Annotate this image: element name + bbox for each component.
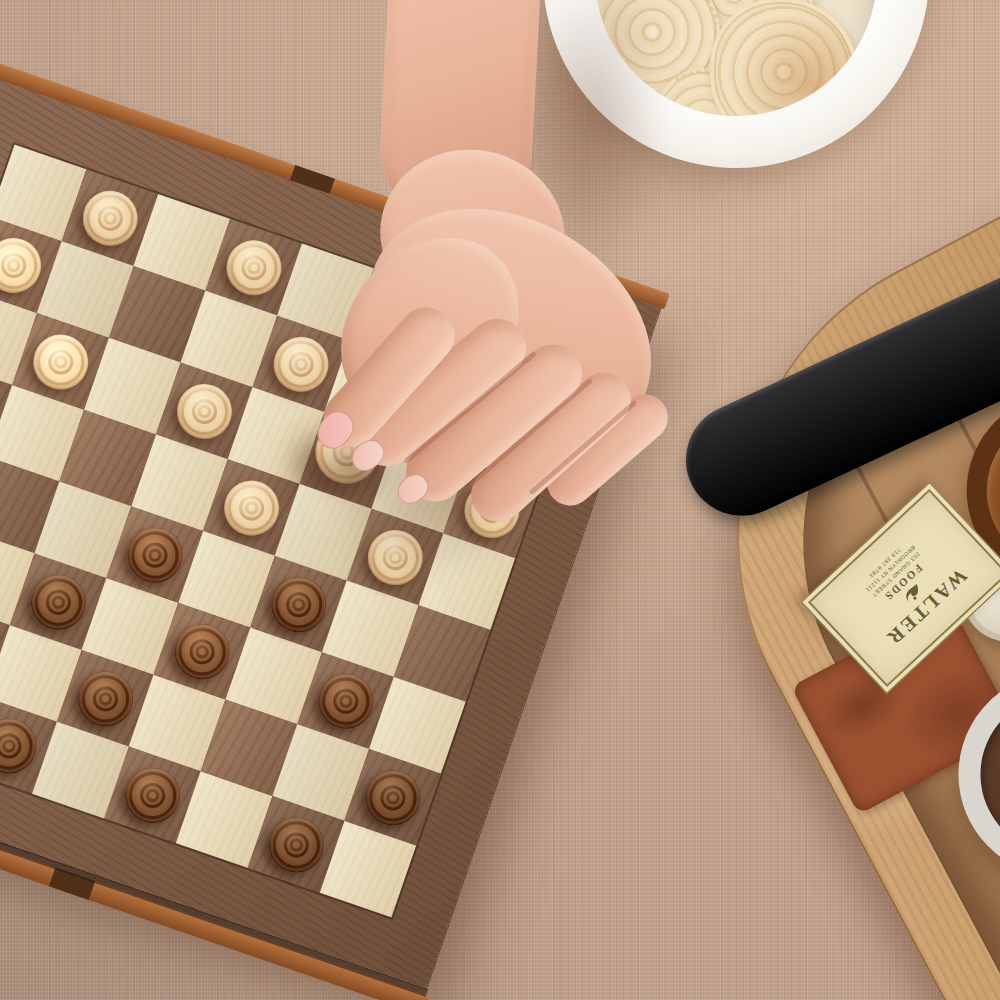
checker-dark-g6[interactable]: [311, 666, 381, 736]
checker-light-d1[interactable]: [219, 232, 289, 302]
checker-light-e2[interactable]: [266, 329, 336, 399]
checker-dark-c6[interactable]: [23, 567, 93, 637]
cracker-crumb: [647, 104, 657, 113]
checker-light-e4[interactable]: [216, 472, 286, 542]
checker-light-f1[interactable]: [362, 282, 432, 352]
checker-light-a2[interactable]: [0, 230, 48, 300]
checker-light-h3[interactable]: [457, 475, 527, 545]
checker-dark-d7[interactable]: [70, 663, 140, 733]
checker-dark-e8[interactable]: [117, 760, 187, 830]
checker-dark-h7[interactable]: [358, 762, 428, 832]
wafer-cracker[interactable]: [710, 0, 858, 116]
checker-dark-c8[interactable]: [0, 710, 44, 780]
checker-light-b1[interactable]: [75, 183, 145, 253]
checker-dark-d5[interactable]: [120, 520, 190, 590]
bowl-interior: [595, 0, 877, 116]
photo-stage: WALTER FOODS 253 GRAND STREET BROOKLYN N…: [0, 0, 1000, 1000]
checker-light-d3[interactable]: [169, 376, 239, 446]
checker-dark-g8[interactable]: [261, 809, 331, 879]
checker-light-b3[interactable]: [26, 326, 96, 396]
checker-dark-e6[interactable]: [167, 616, 237, 686]
checker-dark-f5[interactable]: [263, 569, 333, 639]
checker-light-g4[interactable]: [360, 522, 430, 592]
